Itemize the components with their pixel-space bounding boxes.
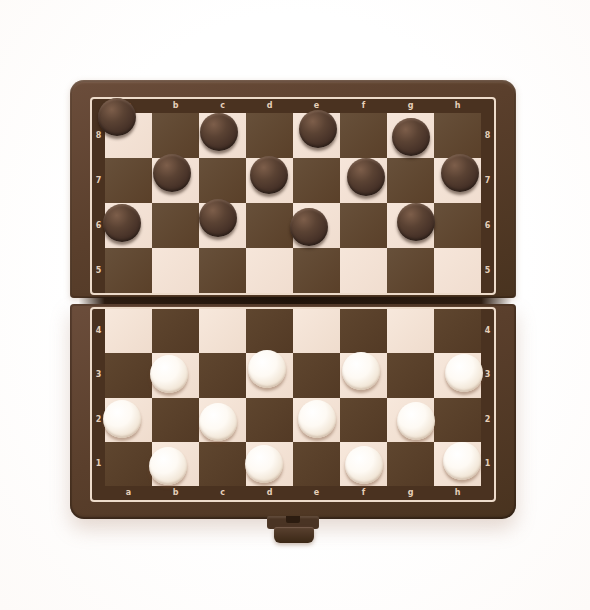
- file-label-a: a: [105, 489, 152, 497]
- square-b8[interactable]: [152, 113, 199, 158]
- rank-labels-bottom-left: 4321: [92, 309, 105, 486]
- checker-white-b3[interactable]: [150, 355, 188, 393]
- checker-white-b1[interactable]: [149, 447, 187, 485]
- square-e5[interactable]: [293, 248, 340, 293]
- rank-label-6: 6: [481, 222, 494, 230]
- square-f5[interactable]: [340, 248, 387, 293]
- file-label-c: c: [199, 102, 246, 110]
- square-c3[interactable]: [199, 353, 246, 397]
- checker-white-d1[interactable]: [245, 445, 283, 483]
- square-g5[interactable]: [387, 248, 434, 293]
- rank-label-1: 1: [92, 460, 105, 468]
- square-a3[interactable]: [105, 353, 152, 397]
- file-label-h: h: [434, 102, 481, 110]
- checker-white-h1[interactable]: [443, 442, 481, 480]
- rank-label-1: 1: [481, 460, 494, 468]
- square-h1[interactable]: [434, 442, 481, 486]
- square-f2[interactable]: [340, 398, 387, 442]
- square-c6[interactable]: [199, 203, 246, 248]
- rank-labels-top-right: 8765: [481, 113, 494, 293]
- square-e8[interactable]: [293, 113, 340, 158]
- square-d3[interactable]: [246, 353, 293, 397]
- checker-dark-c6[interactable]: [199, 199, 237, 237]
- checker-dark-d7[interactable]: [250, 156, 288, 194]
- square-f3[interactable]: [340, 353, 387, 397]
- rank-labels-top-left: 8765: [92, 113, 105, 293]
- square-h2[interactable]: [434, 398, 481, 442]
- square-d5[interactable]: [246, 248, 293, 293]
- square-g3[interactable]: [387, 353, 434, 397]
- square-a6[interactable]: [105, 203, 152, 248]
- clasp-latch-tab: [274, 527, 314, 543]
- square-d8[interactable]: [246, 113, 293, 158]
- checker-white-h3[interactable]: [445, 354, 483, 392]
- square-e7[interactable]: [293, 158, 340, 203]
- rank-label-3: 3: [481, 371, 494, 379]
- checker-dark-h7[interactable]: [441, 154, 479, 192]
- square-d2[interactable]: [246, 398, 293, 442]
- square-b7[interactable]: [152, 158, 199, 203]
- square-d6[interactable]: [246, 203, 293, 248]
- square-f4[interactable]: [340, 309, 387, 353]
- file-label-h: h: [434, 489, 481, 497]
- top-half-panel: abcdefgh 8765 8765: [90, 97, 496, 295]
- square-a5[interactable]: [105, 248, 152, 293]
- square-g2[interactable]: [387, 398, 434, 442]
- rank-label-5: 5: [92, 267, 105, 275]
- square-h5[interactable]: [434, 248, 481, 293]
- square-c4[interactable]: [199, 309, 246, 353]
- square-e6[interactable]: [293, 203, 340, 248]
- rank-label-8: 8: [92, 132, 105, 140]
- square-f8[interactable]: [340, 113, 387, 158]
- file-label-f: f: [340, 489, 387, 497]
- checker-white-a2[interactable]: [103, 400, 141, 438]
- square-e1[interactable]: [293, 442, 340, 486]
- square-a2[interactable]: [105, 398, 152, 442]
- rank-label-3: 3: [92, 371, 105, 379]
- file-label-d: d: [246, 489, 293, 497]
- rank-label-7: 7: [481, 177, 494, 185]
- square-d1[interactable]: [246, 442, 293, 486]
- square-d4[interactable]: [246, 309, 293, 353]
- file-labels-bottom: abcdefgh: [92, 486, 494, 500]
- checker-white-d3[interactable]: [248, 350, 286, 388]
- checker-white-g2[interactable]: [397, 402, 435, 440]
- square-a8[interactable]: [105, 113, 152, 158]
- bottom-half-panel: 4321 4321 abcdefgh: [90, 307, 496, 502]
- rank-label-8: 8: [481, 132, 494, 140]
- checker-dark-a8[interactable]: [98, 98, 136, 136]
- square-c8[interactable]: [199, 113, 246, 158]
- hinge-fold-seam: [74, 297, 512, 304]
- checker-dark-g8[interactable]: [392, 118, 430, 156]
- file-label-b: b: [152, 489, 199, 497]
- square-c2[interactable]: [199, 398, 246, 442]
- square-b1[interactable]: [152, 442, 199, 486]
- checker-white-c2[interactable]: [199, 403, 237, 441]
- square-h4[interactable]: [434, 309, 481, 353]
- checker-white-f1[interactable]: [345, 446, 383, 484]
- square-b5[interactable]: [152, 248, 199, 293]
- square-f1[interactable]: [340, 442, 387, 486]
- square-f6[interactable]: [340, 203, 387, 248]
- square-g6[interactable]: [387, 203, 434, 248]
- square-g8[interactable]: [387, 113, 434, 158]
- checker-dark-e8[interactable]: [299, 110, 337, 148]
- checker-dark-g6[interactable]: [397, 203, 435, 241]
- square-b3[interactable]: [152, 353, 199, 397]
- squares-grid-top: [105, 113, 481, 293]
- square-g1[interactable]: [387, 442, 434, 486]
- rank-label-5: 5: [481, 267, 494, 275]
- rank-labels-bottom-right: 4321: [481, 309, 494, 486]
- file-labels-top: abcdefgh: [92, 99, 494, 113]
- board-top-half: abcdefgh 8765 8765: [70, 80, 516, 298]
- photo-background: abcdefgh 8765 8765 4321 4321 abcdefgh: [0, 0, 590, 610]
- square-e4[interactable]: [293, 309, 340, 353]
- square-h6[interactable]: [434, 203, 481, 248]
- square-h8[interactable]: [434, 113, 481, 158]
- square-b4[interactable]: [152, 309, 199, 353]
- file-label-e: e: [293, 489, 340, 497]
- file-label-c: c: [199, 489, 246, 497]
- checker-dark-f7[interactable]: [347, 158, 385, 196]
- file-label-d: d: [246, 102, 293, 110]
- square-f7[interactable]: [340, 158, 387, 203]
- file-label-f: f: [340, 102, 387, 110]
- checker-dark-e6[interactable]: [290, 208, 328, 246]
- square-h3[interactable]: [434, 353, 481, 397]
- file-label-b: b: [152, 102, 199, 110]
- square-c5[interactable]: [199, 248, 246, 293]
- checker-white-e2[interactable]: [298, 400, 336, 438]
- square-a4[interactable]: [105, 309, 152, 353]
- square-c7[interactable]: [199, 158, 246, 203]
- checker-dark-b7[interactable]: [153, 154, 191, 192]
- square-b6[interactable]: [152, 203, 199, 248]
- square-g4[interactable]: [387, 309, 434, 353]
- square-e3[interactable]: [293, 353, 340, 397]
- rank-label-4: 4: [481, 327, 494, 335]
- checker-dark-a6[interactable]: [103, 204, 141, 242]
- board-bottom-half: 4321 4321 abcdefgh: [70, 304, 516, 519]
- square-c1[interactable]: [199, 442, 246, 486]
- checker-white-f3[interactable]: [342, 352, 380, 390]
- square-h7[interactable]: [434, 158, 481, 203]
- rank-label-4: 4: [92, 327, 105, 335]
- file-label-g: g: [387, 489, 434, 497]
- squares-grid-bottom: [105, 309, 481, 486]
- square-a1[interactable]: [105, 442, 152, 486]
- square-b2[interactable]: [152, 398, 199, 442]
- folding-checkers-board: abcdefgh 8765 8765 4321 4321 abcdefgh: [70, 80, 516, 550]
- rank-label-7: 7: [92, 177, 105, 185]
- square-g7[interactable]: [387, 158, 434, 203]
- square-d7[interactable]: [246, 158, 293, 203]
- checker-dark-c8[interactable]: [200, 113, 238, 151]
- square-e2[interactable]: [293, 398, 340, 442]
- square-a7[interactable]: [105, 158, 152, 203]
- file-label-g: g: [387, 102, 434, 110]
- rank-label-2: 2: [481, 416, 494, 424]
